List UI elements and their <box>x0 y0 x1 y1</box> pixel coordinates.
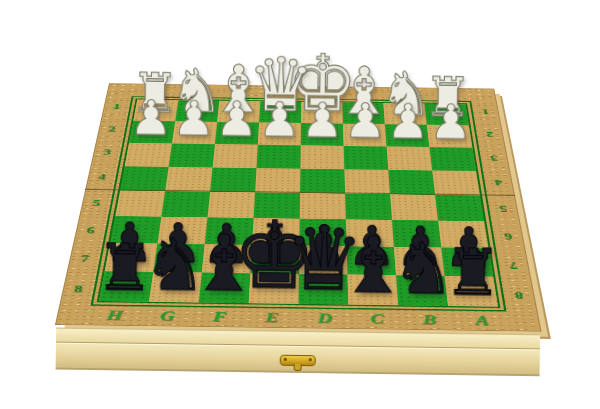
square-f8: ♝ <box>199 273 251 304</box>
square-a5 <box>435 195 484 221</box>
square-h4 <box>120 166 169 191</box>
square-d2: ♟ <box>301 123 344 146</box>
rank-label-right-1: 1 <box>472 101 500 123</box>
file-label-H: H <box>87 306 143 325</box>
square-e4 <box>255 168 300 193</box>
square-a7: ♟ <box>441 248 493 277</box>
square-c5 <box>345 194 392 220</box>
square-b1: ♞ <box>383 103 426 125</box>
rank-label-left-5: 5 <box>80 190 112 217</box>
square-h6 <box>110 216 161 244</box>
square-e5 <box>254 192 300 218</box>
board-grid: ♜♞♝♛♚♝♞♜♟♟♟♟♟♟♟♟♟♟♟♟♟♟♟♟♜♞♝♚♛♝♞♜ <box>97 99 501 308</box>
square-f5 <box>208 192 256 218</box>
square-d6 <box>299 219 346 247</box>
square-b4 <box>388 170 435 195</box>
rank-label-right-3: 3 <box>480 146 509 171</box>
square-d3 <box>300 145 344 169</box>
rank-label-right-2: 2 <box>476 123 505 146</box>
camera-tilt: ♜♞♝♛♚♝♞♜♟♟♟♟♟♟♟♟♟♟♟♟♟♟♟♟♜♞♝♚♛♝♞♜ HGFEDCB… <box>0 0 600 409</box>
square-c4 <box>344 169 390 194</box>
square-c7: ♟ <box>347 246 396 275</box>
square-a6 <box>438 221 488 249</box>
square-b8: ♞ <box>396 275 448 306</box>
rank-label-left-8: 8 <box>60 274 95 306</box>
square-d4 <box>300 169 345 194</box>
rank-label-right-4: 4 <box>484 170 514 196</box>
file-label-A: A <box>455 311 510 330</box>
square-f1: ♝ <box>217 101 260 123</box>
square-c8: ♝ <box>348 275 399 306</box>
rank-label-left-2: 2 <box>97 117 126 140</box>
square-g8: ♞ <box>149 272 202 303</box>
square-a4 <box>432 170 480 195</box>
square-g1: ♞ <box>175 100 219 122</box>
square-f7: ♟ <box>202 244 252 273</box>
file-label-B: B <box>403 310 457 329</box>
square-d7: ♟ <box>299 246 348 275</box>
rank-label-left-6: 6 <box>74 216 107 244</box>
square-c3 <box>344 146 389 170</box>
rank-label-left-1: 1 <box>102 96 130 118</box>
square-b5 <box>390 194 438 220</box>
chess-board: ♜♞♝♛♚♝♞♜♟♟♟♟♟♟♟♟♟♟♟♟♟♟♟♟♜♞♝♚♛♝♞♜ HGFEDCB… <box>55 83 542 331</box>
square-b7: ♟ <box>394 247 445 276</box>
square-g7: ♟ <box>153 244 204 273</box>
square-g5 <box>161 191 210 217</box>
square-f3 <box>213 144 258 168</box>
square-b2: ♟ <box>385 124 430 147</box>
square-b6 <box>392 220 441 248</box>
file-label-F: F <box>192 307 246 326</box>
rank-label-left-3: 3 <box>92 140 122 164</box>
square-a3 <box>429 147 476 171</box>
square-d8: ♛ <box>299 274 349 305</box>
square-e7: ♟ <box>250 245 299 274</box>
square-a8: ♜ <box>445 276 498 307</box>
square-e8: ♚ <box>249 273 299 304</box>
file-label-E: E <box>245 308 298 327</box>
square-c6 <box>346 219 394 247</box>
square-g2: ♟ <box>172 121 217 144</box>
brass-latch-hook <box>294 364 302 371</box>
square-a2: ♟ <box>427 125 473 148</box>
square-b3 <box>387 147 433 171</box>
rank-label-right-7: 7 <box>497 250 530 280</box>
rank-label-right-8: 8 <box>502 280 536 312</box>
rank-label-left-4: 4 <box>86 164 117 190</box>
square-h7: ♟ <box>105 243 158 272</box>
square-g6 <box>157 217 207 245</box>
chess-set-photo: ♜♞♝♛♚♝♞♜♟♟♟♟♟♟♟♟♟♟♟♟♟♟♟♟♜♞♝♚♛♝♞♜ HGFEDCB… <box>0 0 600 409</box>
square-e6 <box>252 218 300 246</box>
square-f4 <box>210 167 256 192</box>
square-h2: ♟ <box>129 121 175 144</box>
square-g3 <box>169 144 215 168</box>
square-f6 <box>205 217 254 245</box>
square-e1: ♛ <box>259 101 301 123</box>
square-d1: ♚ <box>301 102 343 124</box>
square-d5 <box>300 193 346 219</box>
file-label-D: D <box>298 309 351 328</box>
square-e2: ♟ <box>258 123 301 146</box>
square-f2: ♟ <box>215 122 259 145</box>
square-e3 <box>257 145 301 169</box>
square-h3 <box>125 143 172 167</box>
square-a1: ♜ <box>424 104 468 126</box>
board-frame-line: ♜♞♝♛♚♝♞♜♟♟♟♟♟♟♟♟♟♟♟♟♟♟♟♟♜♞♝♚♛♝♞♜ <box>90 96 506 311</box>
square-h1: ♜ <box>133 100 178 122</box>
box-front <box>56 328 541 377</box>
rank-label-right-6: 6 <box>493 222 525 251</box>
rank-label-left-7: 7 <box>67 244 101 274</box>
square-c2: ♟ <box>343 124 387 147</box>
file-label-C: C <box>351 310 404 329</box>
rank-label-right-5: 5 <box>488 195 519 222</box>
square-c1: ♝ <box>342 102 385 124</box>
square-h5 <box>115 190 165 216</box>
file-label-G: G <box>140 307 195 326</box>
square-g4 <box>165 167 212 192</box>
square-h8: ♜ <box>99 271 153 302</box>
